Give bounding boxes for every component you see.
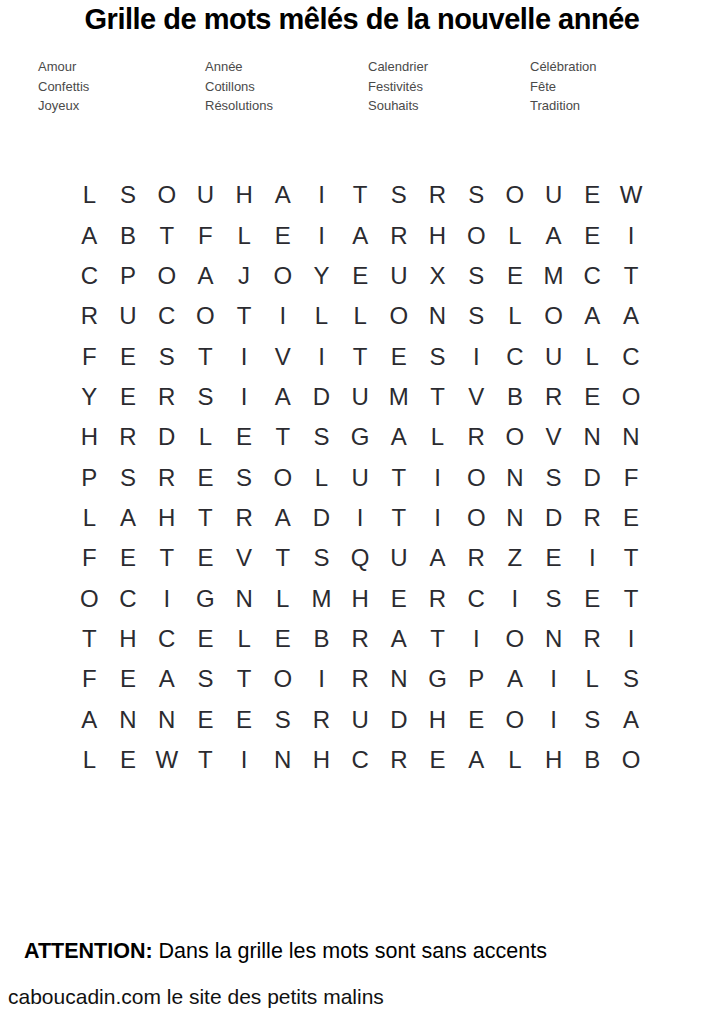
grid-cell: I (534, 699, 573, 739)
worksheet-page: Grille de mots mêlés de la nouvelle anné… (0, 0, 724, 1024)
grid-cell: S (380, 175, 419, 215)
grid-cell: N (534, 619, 573, 659)
grid-cell: D (302, 498, 341, 538)
grid-cell: T (263, 417, 302, 457)
grid-cell: A (612, 699, 651, 739)
grid-cell: S (418, 336, 457, 376)
grid-cell: O (263, 256, 302, 296)
grid-cell: C (70, 256, 109, 296)
grid-cell: C (341, 740, 380, 780)
grid-cell: C (147, 296, 186, 336)
grid-cell: D (534, 498, 573, 538)
grid-cell: L (225, 619, 264, 659)
grid-cell: T (225, 659, 264, 699)
grid-cell: W (612, 175, 651, 215)
word-list-item: Confettis (38, 77, 205, 97)
grid-cell: N (573, 417, 612, 457)
grid-cell: R (457, 417, 496, 457)
grid-cell: A (147, 659, 186, 699)
grid-cell: A (263, 377, 302, 417)
grid-cell: F (70, 336, 109, 376)
grid-cell: I (263, 296, 302, 336)
grid-cell: O (263, 457, 302, 497)
grid-cell: I (496, 578, 535, 618)
word-list-item: Amour (38, 57, 205, 77)
grid-cell: U (109, 296, 148, 336)
grid-cell: E (186, 699, 225, 739)
grid-cell: Z (496, 538, 535, 578)
grid-cell: E (263, 215, 302, 255)
grid-cell: T (612, 538, 651, 578)
grid-cell: I (225, 740, 264, 780)
word-list-item: Célébration (530, 57, 597, 77)
grid-cell: T (341, 336, 380, 376)
grid-cell: O (612, 740, 651, 780)
grid-cell: S (186, 377, 225, 417)
grid-cell: R (573, 619, 612, 659)
grid-cell: O (457, 457, 496, 497)
grid-cell: L (70, 175, 109, 215)
grid-cell: I (418, 498, 457, 538)
grid-cell: T (341, 175, 380, 215)
grid-cell: S (534, 457, 573, 497)
grid-cell: T (418, 377, 457, 417)
grid-cell: H (109, 619, 148, 659)
grid-cell: L (341, 296, 380, 336)
grid-cell: O (70, 578, 109, 618)
grid-cell: T (225, 296, 264, 336)
grid-cell: R (573, 498, 612, 538)
grid-cell: R (225, 498, 264, 538)
grid-cell: S (457, 296, 496, 336)
grid-cell: L (496, 215, 535, 255)
grid-cell: P (70, 457, 109, 497)
grid-cell: R (302, 699, 341, 739)
grid-cell: C (147, 619, 186, 659)
grid-cell: V (534, 417, 573, 457)
grid-cell: N (418, 296, 457, 336)
grid-cell: O (457, 498, 496, 538)
attention-text: Dans la grille les mots sont sans accent… (153, 939, 547, 963)
word-list-item: Résolutions (205, 96, 368, 116)
grid-cell: E (186, 457, 225, 497)
grid-cell: Y (302, 256, 341, 296)
grid-cell: E (573, 215, 612, 255)
word-list-item: Cotillons (205, 77, 368, 97)
grid-cell: X (418, 256, 457, 296)
grid-cell: U (380, 538, 419, 578)
grid-cell: E (263, 619, 302, 659)
grid-cell: T (612, 256, 651, 296)
grid-cell: R (70, 296, 109, 336)
grid-cell: I (147, 578, 186, 618)
grid-cell: S (186, 659, 225, 699)
grid-cell: R (418, 578, 457, 618)
grid-cell: T (380, 498, 419, 538)
grid-cell: M (534, 256, 573, 296)
grid-cell: B (496, 377, 535, 417)
grid-cell: A (573, 296, 612, 336)
grid-cell: L (573, 336, 612, 376)
grid-cell: N (109, 699, 148, 739)
grid-cell: T (612, 578, 651, 618)
grid-cell: I (225, 377, 264, 417)
grid-cell: I (457, 336, 496, 376)
grid-cell: H (302, 740, 341, 780)
grid-cell: U (341, 377, 380, 417)
word-list-item: Année (205, 57, 368, 77)
grid-cell: E (109, 538, 148, 578)
grid-cell: T (380, 457, 419, 497)
grid-cell: I (573, 538, 612, 578)
page-title: Grille de mots mêlés de la nouvelle anné… (0, 3, 724, 36)
grid-cell: O (147, 256, 186, 296)
grid-cell: H (147, 498, 186, 538)
grid-cell: V (457, 377, 496, 417)
grid-cell: L (186, 417, 225, 457)
grid-cell: T (186, 336, 225, 376)
grid-cell: L (496, 296, 535, 336)
grid-cell: U (341, 457, 380, 497)
grid-cell: I (302, 175, 341, 215)
grid-cell: I (534, 659, 573, 699)
grid-cell: N (612, 417, 651, 457)
attention-note: ATTENTION: Dans la grille les mots sont … (24, 939, 547, 964)
grid-cell: D (302, 377, 341, 417)
grid-cell: A (418, 538, 457, 578)
grid-cell: D (573, 457, 612, 497)
grid-cell: F (70, 538, 109, 578)
grid-cell: L (70, 498, 109, 538)
grid-cell: A (534, 215, 573, 255)
grid-cell: R (418, 175, 457, 215)
grid-cell: N (263, 740, 302, 780)
grid-cell: B (302, 619, 341, 659)
grid-cell: E (457, 699, 496, 739)
grid-cell: S (534, 578, 573, 618)
grid-cell: I (302, 215, 341, 255)
grid-cell: T (186, 498, 225, 538)
grid-cell: I (418, 457, 457, 497)
grid-cell: O (457, 215, 496, 255)
word-list-item: Fête (530, 77, 597, 97)
grid-cell: F (70, 659, 109, 699)
grid-cell: T (418, 619, 457, 659)
grid-cell: G (186, 578, 225, 618)
grid-cell: U (534, 175, 573, 215)
grid-cell: R (109, 417, 148, 457)
grid-cell: E (534, 538, 573, 578)
grid-cell: H (225, 175, 264, 215)
grid-cell: A (263, 498, 302, 538)
word-list-column: AmourConfettisJoyeux (38, 57, 205, 116)
grid-cell: A (380, 417, 419, 457)
word-list-item: Tradition (530, 96, 597, 116)
grid-cell: I (302, 659, 341, 699)
grid-cell: H (341, 578, 380, 618)
grid-cell: E (573, 578, 612, 618)
grid-cell: I (457, 619, 496, 659)
grid-cell: B (573, 740, 612, 780)
grid-cell: I (612, 215, 651, 255)
grid-cell: S (302, 538, 341, 578)
grid-cell: R (147, 457, 186, 497)
grid-cell: N (380, 659, 419, 699)
grid-cell: O (147, 175, 186, 215)
grid-cell: V (263, 336, 302, 376)
grid-cell: I (302, 336, 341, 376)
grid-cell: C (612, 336, 651, 376)
grid-cell: H (534, 740, 573, 780)
grid-cell: C (573, 256, 612, 296)
grid-cell: N (147, 699, 186, 739)
grid-cell: I (225, 336, 264, 376)
grid-cell: U (534, 336, 573, 376)
grid-cell: S (457, 175, 496, 215)
grid-cell: O (263, 659, 302, 699)
grid-cell: A (70, 215, 109, 255)
grid-cell: U (380, 256, 419, 296)
grid-cell: A (263, 175, 302, 215)
grid-cell: O (496, 175, 535, 215)
attention-label: ATTENTION: (24, 939, 153, 963)
grid-cell: T (186, 740, 225, 780)
grid-cell: A (341, 215, 380, 255)
grid-cell: T (147, 215, 186, 255)
grid-cell: R (341, 619, 380, 659)
grid-cell: N (225, 578, 264, 618)
word-list-column: CalendrierFestivitésSouhaits (368, 57, 530, 116)
grid-cell: F (186, 215, 225, 255)
grid-cell: U (341, 699, 380, 739)
grid-cell: O (496, 417, 535, 457)
grid-cell: T (70, 619, 109, 659)
grid-cell: S (612, 659, 651, 699)
grid-cell: D (380, 699, 419, 739)
grid-cell: S (457, 256, 496, 296)
grid-cell: E (380, 578, 419, 618)
grid-cell: Q (341, 538, 380, 578)
grid-cell: M (380, 377, 419, 417)
word-list-item: Festivités (368, 77, 530, 97)
grid-cell: R (534, 377, 573, 417)
grid-cell: N (496, 457, 535, 497)
grid-cell: E (109, 377, 148, 417)
grid-cell: L (418, 417, 457, 457)
grid-cell: P (457, 659, 496, 699)
grid-cell: D (147, 417, 186, 457)
grid-cell: L (302, 457, 341, 497)
grid-cell: O (496, 619, 535, 659)
word-list-item: Souhaits (368, 96, 530, 116)
grid-cell: O (612, 377, 651, 417)
grid-cell: E (109, 336, 148, 376)
grid-cell: R (147, 377, 186, 417)
grid-cell: Y (70, 377, 109, 417)
grid-cell: S (225, 457, 264, 497)
letter-grid: LSOUHAITSRSOUEWABTFLEIARHOLAEICPOAJOYEUX… (70, 175, 650, 780)
grid-cell: A (109, 498, 148, 538)
word-list: AmourConfettisJoyeuxAnnéeCotillonsRésolu… (38, 57, 597, 116)
grid-cell: E (186, 538, 225, 578)
grid-cell: A (186, 256, 225, 296)
grid-cell: S (109, 457, 148, 497)
grid-cell: U (186, 175, 225, 215)
grid-cell: S (573, 699, 612, 739)
grid-cell: L (496, 740, 535, 780)
grid-cell: O (380, 296, 419, 336)
grid-cell: B (109, 215, 148, 255)
grid-cell: C (109, 578, 148, 618)
grid-cell: S (147, 336, 186, 376)
grid-cell: E (109, 659, 148, 699)
grid-cell: T (263, 538, 302, 578)
grid-cell: P (109, 256, 148, 296)
grid-cell: A (496, 659, 535, 699)
grid-cell: M (302, 578, 341, 618)
grid-cell: R (457, 538, 496, 578)
word-list-item: Calendrier (368, 57, 530, 77)
grid-cell: E (380, 336, 419, 376)
grid-cell: W (147, 740, 186, 780)
word-list-item: Joyeux (38, 96, 205, 116)
grid-cell: R (341, 659, 380, 699)
grid-cell: R (380, 215, 419, 255)
word-list-column: AnnéeCotillonsRésolutions (205, 57, 368, 116)
grid-cell: E (573, 377, 612, 417)
grid-cell: E (109, 740, 148, 780)
grid-cell: A (612, 296, 651, 336)
grid-cell: G (418, 659, 457, 699)
grid-cell: E (186, 619, 225, 659)
grid-cell: L (225, 215, 264, 255)
grid-cell: I (341, 498, 380, 538)
grid-cell: L (573, 659, 612, 699)
grid-cell: J (225, 256, 264, 296)
site-credit: caboucadin.com le site des petits malins (8, 985, 384, 1009)
grid-cell: E (225, 417, 264, 457)
grid-cell: E (341, 256, 380, 296)
grid-cell: A (70, 699, 109, 739)
grid-cell: S (263, 699, 302, 739)
grid-cell: V (225, 538, 264, 578)
grid-cell: C (457, 578, 496, 618)
grid-cell: E (496, 256, 535, 296)
grid-cell: H (70, 417, 109, 457)
grid-cell: E (418, 740, 457, 780)
grid-cell: C (496, 336, 535, 376)
grid-cell: S (109, 175, 148, 215)
word-list-column: CélébrationFêteTradition (530, 57, 597, 116)
grid-cell: A (457, 740, 496, 780)
grid-cell: A (380, 619, 419, 659)
grid-cell: E (225, 699, 264, 739)
grid-cell: H (418, 215, 457, 255)
grid-cell: H (418, 699, 457, 739)
grid-cell: L (302, 296, 341, 336)
grid-cell: L (70, 740, 109, 780)
grid-cell: S (302, 417, 341, 457)
grid-cell: L (263, 578, 302, 618)
grid-cell: I (612, 619, 651, 659)
grid-cell: O (534, 296, 573, 336)
grid-cell: N (496, 498, 535, 538)
grid-cell: T (147, 538, 186, 578)
grid-cell: E (612, 498, 651, 538)
grid-cell: R (380, 740, 419, 780)
grid-cell: G (341, 417, 380, 457)
grid-cell: O (496, 699, 535, 739)
grid-cell: F (612, 457, 651, 497)
grid-cell: O (186, 296, 225, 336)
grid-cell: E (573, 175, 612, 215)
